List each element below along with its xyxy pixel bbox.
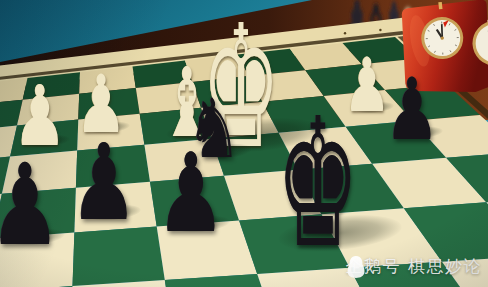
square-c5 [76,145,150,188]
square-d5 [144,139,224,182]
square-c4 [74,182,156,233]
square-b5 [2,151,77,194]
square-d6 [140,108,212,145]
watermark-text: 企鹅号 棋思妙论 [346,255,482,278]
square-c6 [77,114,144,151]
square-d4 [150,176,239,227]
chess-clock [401,0,488,94]
clock-button [438,2,442,9]
border-stud [344,32,346,34]
scene-background: ♟♝♟♝ [0,0,488,287]
penguin-icon [346,255,366,279]
chess-photo: ♟♝♟♝ ♟♟♝♟♚♟♞♟♟♚♟ [0,0,488,287]
border-stud [379,29,381,31]
square-c3 [73,226,165,286]
square-b3 [0,233,74,287]
watermark: 企鹅号 棋思妙论 [346,255,482,278]
square-b4 [0,188,76,239]
